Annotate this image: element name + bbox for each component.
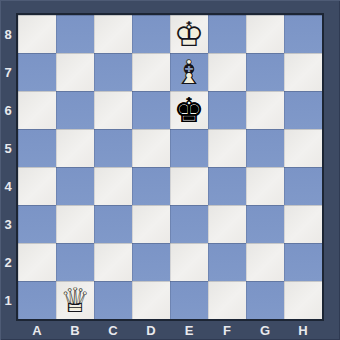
file-label-b: B <box>56 322 94 339</box>
square-d4[interactable] <box>132 167 170 205</box>
square-a1[interactable] <box>18 281 56 319</box>
rank-label-3: 3 <box>0 205 16 243</box>
square-g6[interactable] <box>246 91 284 129</box>
square-h7[interactable] <box>284 53 322 91</box>
square-b2[interactable] <box>56 243 94 281</box>
square-d5[interactable] <box>132 129 170 167</box>
square-f7[interactable] <box>208 53 246 91</box>
piece-white-queen-b1[interactable]: ♛♕ <box>56 281 94 319</box>
white-bishop-glyph-outline: ♗ <box>170 53 208 91</box>
file-label-a: A <box>18 322 56 339</box>
square-b3[interactable] <box>56 205 94 243</box>
square-b8[interactable] <box>56 15 94 53</box>
square-f6[interactable] <box>208 91 246 129</box>
square-a7[interactable] <box>18 53 56 91</box>
piece-white-king-e8[interactable]: ♚♔ <box>170 15 208 53</box>
square-c2[interactable] <box>94 243 132 281</box>
square-d1[interactable] <box>132 281 170 319</box>
square-f3[interactable] <box>208 205 246 243</box>
square-c3[interactable] <box>94 205 132 243</box>
square-g2[interactable] <box>246 243 284 281</box>
square-c4[interactable] <box>94 167 132 205</box>
square-d8[interactable] <box>132 15 170 53</box>
square-b4[interactable] <box>56 167 94 205</box>
square-a5[interactable] <box>18 129 56 167</box>
square-c8[interactable] <box>94 15 132 53</box>
rank-label-8: 8 <box>0 15 16 53</box>
square-a4[interactable] <box>18 167 56 205</box>
square-a2[interactable] <box>18 243 56 281</box>
square-b1[interactable]: ♛♕ <box>56 281 94 319</box>
rank-label-2: 2 <box>0 243 16 281</box>
rank-label-5: 5 <box>0 129 16 167</box>
square-e5[interactable] <box>170 129 208 167</box>
white-queen-glyph-outline: ♕ <box>56 281 94 319</box>
square-b6[interactable] <box>56 91 94 129</box>
square-e2[interactable] <box>170 243 208 281</box>
file-label-h: H <box>284 322 322 339</box>
rank-label-6: 6 <box>0 91 16 129</box>
square-h2[interactable] <box>284 243 322 281</box>
square-d2[interactable] <box>132 243 170 281</box>
file-label-f: F <box>208 322 246 339</box>
square-e7[interactable]: ♝♗ <box>170 53 208 91</box>
white-king-glyph-outline: ♔ <box>170 15 208 53</box>
square-a6[interactable] <box>18 91 56 129</box>
square-f8[interactable] <box>208 15 246 53</box>
piece-black-king-e6[interactable]: ♚♚ <box>170 91 208 129</box>
square-f4[interactable] <box>208 167 246 205</box>
square-h4[interactable] <box>284 167 322 205</box>
square-h6[interactable] <box>284 91 322 129</box>
file-label-d: D <box>132 322 170 339</box>
square-e8[interactable]: ♚♔ <box>170 15 208 53</box>
square-h8[interactable] <box>284 15 322 53</box>
square-c6[interactable] <box>94 91 132 129</box>
square-h5[interactable] <box>284 129 322 167</box>
square-h3[interactable] <box>284 205 322 243</box>
square-g1[interactable] <box>246 281 284 319</box>
square-f2[interactable] <box>208 243 246 281</box>
square-a8[interactable] <box>18 15 56 53</box>
square-e6[interactable]: ♚♚ <box>170 91 208 129</box>
square-e3[interactable] <box>170 205 208 243</box>
square-a3[interactable] <box>18 205 56 243</box>
square-f5[interactable] <box>208 129 246 167</box>
square-d3[interactable] <box>132 205 170 243</box>
file-label-g: G <box>246 322 284 339</box>
square-c7[interactable] <box>94 53 132 91</box>
square-d6[interactable] <box>132 91 170 129</box>
rank-label-1: 1 <box>0 281 16 319</box>
square-g8[interactable] <box>246 15 284 53</box>
square-g7[interactable] <box>246 53 284 91</box>
file-label-e: E <box>170 322 208 339</box>
file-label-c: C <box>94 322 132 339</box>
rank-label-4: 4 <box>0 167 16 205</box>
square-b7[interactable] <box>56 53 94 91</box>
square-c1[interactable] <box>94 281 132 319</box>
chess-board: ♚♔♝♗♚♚♛♕ <box>16 13 324 321</box>
square-f1[interactable] <box>208 281 246 319</box>
square-b5[interactable] <box>56 129 94 167</box>
square-e4[interactable] <box>170 167 208 205</box>
square-e1[interactable] <box>170 281 208 319</box>
board-frame: 87654321 ♚♔♝♗♚♚♛♕ ABCDEFGH <box>0 0 340 340</box>
black-king-glyph-outline: ♚ <box>170 91 208 129</box>
square-h1[interactable] <box>284 281 322 319</box>
square-c5[interactable] <box>94 129 132 167</box>
square-g4[interactable] <box>246 167 284 205</box>
piece-white-bishop-e7[interactable]: ♝♗ <box>170 53 208 91</box>
square-g5[interactable] <box>246 129 284 167</box>
square-g3[interactable] <box>246 205 284 243</box>
square-d7[interactable] <box>132 53 170 91</box>
rank-label-7: 7 <box>0 53 16 91</box>
